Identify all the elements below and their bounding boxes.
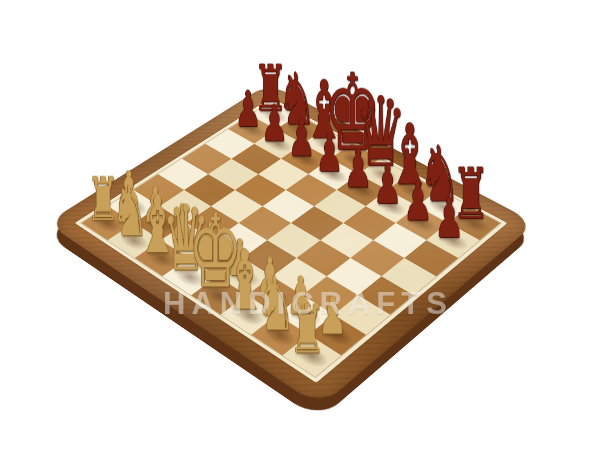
red-pawn: ♟ bbox=[261, 98, 288, 148]
red-pawn: ♟ bbox=[403, 174, 432, 228]
red-pawn: ♟ bbox=[434, 191, 464, 246]
red-pawn: ♟ bbox=[287, 113, 315, 164]
board-frame: ♜♞♝♚♛♝♞♜♟♟♟♟♟♟♟♟♟♟♟♟♟♟♟♟♜♞♝♛♚♝♞♜ bbox=[46, 83, 535, 407]
chess-board: ♜♞♝♚♛♝♞♜♟♟♟♟♟♟♟♟♟♟♟♟♟♟♟♟♜♞♝♛♚♝♞♜ bbox=[46, 83, 535, 407]
chess-set-product-photo: ♜♞♝♚♛♝♞♜♟♟♟♟♟♟♟♟♟♟♟♟♟♟♟♟♜♞♝♛♚♝♞♜ HANDICR… bbox=[0, 0, 600, 450]
board-field: ♜♞♝♚♛♝♞♜♟♟♟♟♟♟♟♟♟♟♟♟♟♟♟♟♜♞♝♛♚♝♞♜ bbox=[75, 98, 508, 383]
scene: ♜♞♝♚♛♝♞♜♟♟♟♟♟♟♟♟♟♟♟♟♟♟♟♟♜♞♝♛♚♝♞♜ bbox=[0, 0, 600, 450]
red-pawn: ♟ bbox=[234, 84, 261, 134]
red-pawn: ♟ bbox=[373, 158, 402, 211]
board-grid: ♜♞♝♚♛♝♞♜♟♟♟♟♟♟♟♟♟♟♟♟♟♟♟♟♜♞♝♛♚♝♞♜ bbox=[82, 101, 501, 377]
square-g6 bbox=[373, 223, 426, 258]
white-rook: ♜ bbox=[289, 295, 325, 362]
red-pawn: ♟ bbox=[315, 127, 343, 179]
red-pawn: ♟ bbox=[344, 143, 372, 196]
